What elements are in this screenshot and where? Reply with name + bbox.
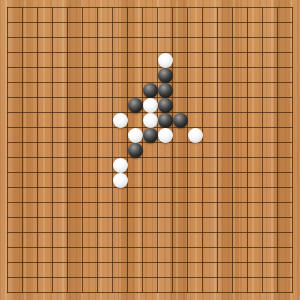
stone-black bbox=[158, 98, 173, 113]
grid-line-horizontal bbox=[7, 292, 293, 293]
stone-black bbox=[158, 68, 173, 83]
grid-line-horizontal bbox=[7, 52, 293, 53]
stone-black bbox=[143, 83, 158, 98]
stone-black bbox=[128, 143, 143, 158]
stone-white bbox=[158, 128, 173, 143]
gomoku-board[interactable] bbox=[0, 0, 300, 300]
grid-line-vertical bbox=[37, 7, 38, 293]
grid-line-vertical bbox=[22, 7, 23, 293]
grid-line-horizontal bbox=[7, 172, 293, 173]
grid-line-vertical bbox=[202, 7, 203, 293]
grid-line-vertical bbox=[247, 7, 248, 293]
stone-black bbox=[143, 128, 158, 143]
grid-line-vertical bbox=[277, 7, 278, 293]
stone-black bbox=[158, 113, 173, 128]
stone-white bbox=[188, 128, 203, 143]
stone-white bbox=[113, 173, 128, 188]
grid-line-vertical bbox=[112, 7, 113, 293]
grid-line-vertical bbox=[52, 7, 53, 293]
grid-line-horizontal bbox=[7, 202, 293, 203]
stone-black bbox=[158, 83, 173, 98]
grid-line-vertical bbox=[172, 7, 173, 293]
grid-line-horizontal bbox=[7, 22, 293, 23]
stone-black bbox=[128, 98, 143, 113]
grid-line-horizontal bbox=[7, 157, 293, 158]
grid-line-horizontal bbox=[7, 262, 293, 263]
grid-line-vertical bbox=[157, 7, 158, 293]
grid-line-vertical bbox=[262, 7, 263, 293]
stone-white bbox=[158, 53, 173, 68]
grid-line-vertical bbox=[187, 7, 188, 293]
stone-white bbox=[143, 113, 158, 128]
grid-line-horizontal bbox=[7, 7, 293, 8]
grid-line-horizontal bbox=[7, 67, 293, 68]
grid-line-vertical bbox=[7, 7, 8, 293]
grid-line-vertical bbox=[232, 7, 233, 293]
grid-line-horizontal bbox=[7, 37, 293, 38]
grid-line-vertical bbox=[97, 7, 98, 293]
grid-line-vertical bbox=[292, 7, 293, 293]
grid-line-horizontal bbox=[7, 187, 293, 188]
stone-black bbox=[173, 113, 188, 128]
grid-line-horizontal bbox=[7, 247, 293, 248]
grid-line-horizontal bbox=[7, 217, 293, 218]
grid-line-vertical bbox=[82, 7, 83, 293]
stone-white bbox=[113, 158, 128, 173]
stone-white bbox=[143, 98, 158, 113]
grid-line-vertical bbox=[67, 7, 68, 293]
grid-line-vertical bbox=[217, 7, 218, 293]
grid-line-horizontal bbox=[7, 277, 293, 278]
grid-line-horizontal bbox=[7, 232, 293, 233]
stone-white bbox=[113, 113, 128, 128]
stone-white bbox=[128, 128, 143, 143]
